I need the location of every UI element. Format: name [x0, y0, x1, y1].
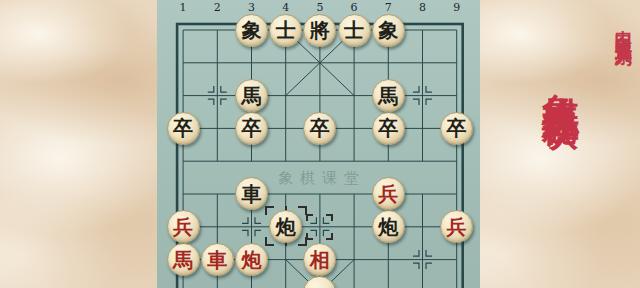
piece-red-soldier-1-7[interactable]: 兵	[167, 210, 200, 243]
piece-red-piece-cropped-5-9[interactable]	[303, 276, 336, 288]
piece-black-soldier-5-4[interactable]: 卒	[303, 112, 336, 145]
board-point-3-3: 馬	[234, 79, 268, 112]
xiangqi-board: 123456789 象棋课堂 象士將士象馬馬卒卒卒卒卒車兵兵炮炮兵馬車炮相	[157, 0, 480, 288]
column-label-6: 6	[346, 1, 362, 14]
board-point-2-8: 車	[200, 243, 234, 276]
piece-black-horse-7-3[interactable]: 馬	[372, 79, 405, 112]
column-label-7: 7	[380, 1, 396, 14]
piece-black-cannon-7-7[interactable]: 炮	[372, 210, 405, 243]
piece-black-advisor-4-1[interactable]: 士	[269, 14, 302, 47]
last-move-bracket	[306, 214, 333, 240]
board-point-5-1: 將	[303, 14, 337, 47]
column-label-5: 5	[312, 1, 328, 14]
piece-black-general-5-1[interactable]: 將	[303, 14, 336, 47]
board-point-5-8: 相	[303, 243, 337, 276]
board-point-5-4: 卒	[303, 112, 337, 145]
piece-black-elephant-3-1[interactable]: 象	[235, 14, 268, 47]
board-point-1-4: 卒	[166, 112, 200, 145]
piece-red-cannon-3-8[interactable]: 炮	[235, 243, 268, 276]
board-point-9-7: 兵	[440, 210, 474, 243]
piece-black-advisor-6-1[interactable]: 士	[338, 14, 371, 47]
board-point-7-4: 卒	[371, 112, 405, 145]
board-point-7-3: 馬	[371, 79, 405, 112]
piece-black-soldier-1-4[interactable]: 卒	[167, 112, 200, 145]
board-point-9-4: 卒	[440, 112, 474, 145]
board-point-6-1: 士	[337, 14, 371, 47]
piece-black-chariot-3-6[interactable]: 車	[235, 177, 268, 210]
column-label-2: 2	[209, 1, 225, 14]
board-point-1-8: 馬	[166, 243, 200, 276]
board-point-3-8: 炮	[234, 243, 268, 276]
column-label-9: 9	[449, 1, 465, 14]
piece-red-chariot-2-8[interactable]: 車	[201, 243, 234, 276]
board-point-5-7	[303, 210, 337, 243]
book-title-vertical: 象棋速胜秘诀	[536, 64, 586, 88]
board-point-1-7: 兵	[166, 210, 200, 243]
board-point-5-9	[303, 276, 337, 288]
board-point-3-1: 象	[234, 14, 268, 47]
column-label-1: 1	[175, 1, 191, 14]
left-marble-margin	[0, 0, 157, 288]
column-label-4: 4	[278, 1, 294, 14]
piece-red-horse-1-8[interactable]: 馬	[167, 243, 200, 276]
piece-red-elephant-5-8[interactable]: 相	[303, 243, 336, 276]
board-grid: 象士將士象馬馬卒卒卒卒卒車兵兵炮炮兵馬車炮相	[166, 14, 474, 288]
board-point-7-7: 炮	[371, 210, 405, 243]
piece-black-soldier-7-4[interactable]: 卒	[372, 112, 405, 145]
piece-black-elephant-7-1[interactable]: 象	[372, 14, 405, 47]
piece-black-horse-3-3[interactable]: 馬	[235, 79, 268, 112]
board-point-4-7: 炮	[269, 210, 303, 243]
board-point-3-6: 車	[234, 178, 268, 211]
screenshot-root: 123456789 象棋课堂 象士將士象馬馬卒卒卒卒卒車兵兵炮炮兵馬車炮相 中国…	[0, 0, 640, 288]
title-panel: 中国象棋宝典系列 象棋速胜秘诀	[480, 0, 640, 288]
board-point-3-4: 卒	[234, 112, 268, 145]
piece-red-soldier-7-6[interactable]: 兵	[372, 177, 405, 210]
piece-red-soldier-9-7[interactable]: 兵	[440, 210, 473, 243]
column-label-8: 8	[415, 1, 431, 14]
board-point-7-6: 兵	[371, 178, 405, 211]
series-title-vertical: 中国象棋宝典系列	[613, 16, 636, 40]
piece-black-soldier-3-4[interactable]: 卒	[235, 112, 268, 145]
column-label-3: 3	[244, 1, 260, 14]
piece-black-soldier-9-4[interactable]: 卒	[440, 112, 473, 145]
board-point-4-1: 士	[269, 14, 303, 47]
board-point-7-1: 象	[371, 14, 405, 47]
